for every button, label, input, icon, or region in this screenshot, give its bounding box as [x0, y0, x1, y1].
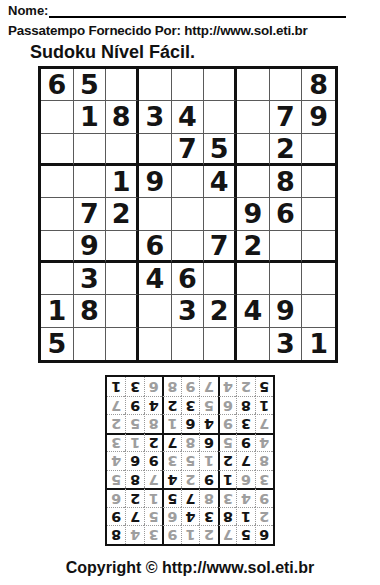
solution-grid: 6572193482183465799438751263619247858721…	[105, 375, 275, 546]
puzzle-cell-r5c3: 2	[106, 198, 139, 230]
puzzle-cell-r6c9[interactable]	[302, 231, 335, 263]
solution-cell-r1c5: 1	[181, 525, 199, 544]
solution-cell-r8c2: 8	[236, 396, 254, 415]
puzzle-cell-r2c6[interactable]	[204, 101, 237, 133]
solution-cell-r1c3: 7	[218, 525, 236, 544]
solution-cell-r9c9: 1	[107, 377, 125, 396]
solution-cell-r9c1: 5	[255, 377, 273, 396]
solution-cell-r8c6: 2	[162, 396, 180, 415]
puzzle-cell-r9c4[interactable]	[139, 328, 172, 360]
puzzle-cell-r8c4[interactable]	[139, 295, 172, 327]
solution-cell-r4c9: 5	[107, 470, 125, 489]
solution-cell-r6c9: 3	[107, 433, 125, 452]
puzzle-cell-r4c5[interactable]	[172, 166, 205, 198]
solution-cell-r5c8: 6	[125, 451, 143, 470]
puzzle-cell-r9c5[interactable]	[172, 328, 205, 360]
puzzle-cell-r2c5: 4	[172, 101, 205, 133]
solution-cell-r8c7: 4	[144, 396, 162, 415]
solution-cell-r4c7: 7	[144, 470, 162, 489]
solution-cell-r5c9: 4	[107, 451, 125, 470]
puzzle-cell-r5c9[interactable]	[302, 198, 335, 230]
solution-cell-r1c9: 8	[107, 525, 125, 544]
solution-cell-r3c2: 4	[236, 488, 254, 507]
solution-cell-r2c8: 7	[125, 507, 143, 526]
solution-cell-r6c8: 1	[125, 433, 143, 452]
solution-cell-r7c7: 8	[144, 414, 162, 433]
puzzle-cell-r8c3[interactable]	[106, 295, 139, 327]
puzzle-cell-r2c7[interactable]	[237, 101, 270, 133]
puzzle-cell-r8c7: 4	[237, 295, 270, 327]
puzzle-cell-r1c5[interactable]	[172, 69, 205, 101]
puzzle-cell-r3c9[interactable]	[302, 134, 335, 166]
solution-cell-r4c8: 8	[125, 470, 143, 489]
solution-cell-r7c6: 1	[162, 414, 180, 433]
puzzle-cell-r7c4: 4	[139, 263, 172, 295]
solution-cell-r4c3: 1	[218, 470, 236, 489]
solution-cell-r8c4: 5	[199, 396, 217, 415]
solution-cell-r3c3: 3	[218, 488, 236, 507]
puzzle-cell-r3c7[interactable]	[237, 134, 270, 166]
solution-cell-r2c2: 1	[236, 507, 254, 526]
solution-cell-r2c1: 2	[255, 507, 273, 526]
puzzle-cell-r6c6: 7	[204, 231, 237, 263]
solution-cell-r9c5: 9	[181, 377, 199, 396]
solution-cell-r3c7: 1	[144, 488, 162, 507]
puzzle-cell-r7c7[interactable]	[237, 263, 270, 295]
puzzle-cell-r5c6[interactable]	[204, 198, 237, 230]
solution-cell-r4c2: 6	[236, 470, 254, 489]
puzzle-cell-r9c2[interactable]	[74, 328, 107, 360]
puzzle-cell-r1c3[interactable]	[106, 69, 139, 101]
puzzle-cell-r6c5[interactable]	[172, 231, 205, 263]
solution-cell-r7c1: 7	[255, 414, 273, 433]
puzzle-cell-r6c8[interactable]	[270, 231, 303, 263]
puzzle-cell-r5c8: 6	[270, 198, 303, 230]
solution-cell-r6c7: 2	[144, 433, 162, 452]
puzzle-cell-r2c8: 7	[270, 101, 303, 133]
puzzle-cell-r5c5[interactable]	[172, 198, 205, 230]
puzzle-cell-r5c2: 7	[74, 198, 107, 230]
puzzle-cell-r4c2[interactable]	[74, 166, 107, 198]
puzzle-cell-r2c1[interactable]	[41, 101, 74, 133]
solution-cell-r9c7: 6	[144, 377, 162, 396]
puzzle-cell-r6c2: 9	[74, 231, 107, 263]
puzzle-cell-r3c6: 5	[204, 134, 237, 166]
puzzle-cell-r7c9[interactable]	[302, 263, 335, 295]
solution-cell-r5c4: 1	[199, 451, 217, 470]
solution-cell-r6c6: 7	[162, 433, 180, 452]
solution-cell-r9c8: 3	[125, 377, 143, 396]
solution-cell-r2c6: 6	[162, 507, 180, 526]
solution-cell-r2c5: 4	[181, 507, 199, 526]
page-title: Sudoku Nível Fácil.	[30, 42, 195, 63]
puzzle-cell-r9c8: 3	[270, 328, 303, 360]
puzzle-cell-r1c8[interactable]	[270, 69, 303, 101]
solution-cell-r7c5: 6	[181, 414, 199, 433]
provided-by-text: Passatempo Fornecido Por: http://www.sol…	[8, 23, 308, 38]
solution-cell-r7c4: 4	[199, 414, 217, 433]
solution-cell-r4c4: 9	[199, 470, 217, 489]
puzzle-cell-r4c1[interactable]	[41, 166, 74, 198]
solution-cell-r6c2: 9	[236, 433, 254, 452]
solution-cell-r6c3: 5	[218, 433, 236, 452]
solution-cell-r2c4: 3	[199, 507, 217, 526]
solution-cell-r4c5: 2	[181, 470, 199, 489]
puzzle-cell-r3c4[interactable]	[139, 134, 172, 166]
puzzle-cell-r3c2[interactable]	[74, 134, 107, 166]
solution-cell-r1c1: 6	[255, 525, 273, 544]
solution-cell-r5c1: 8	[255, 451, 273, 470]
puzzle-cell-r1c4[interactable]	[139, 69, 172, 101]
puzzle-cell-r7c6[interactable]	[204, 263, 237, 295]
puzzle-grid: 658183479752194872969672346183249531	[38, 66, 338, 363]
puzzle-cell-r1c9: 8	[302, 69, 335, 101]
puzzle-cell-r6c3[interactable]	[106, 231, 139, 263]
puzzle-cell-r2c3: 8	[106, 101, 139, 133]
solution-cell-r1c7: 3	[144, 525, 162, 544]
puzzle-cell-r9c1: 5	[41, 328, 74, 360]
puzzle-cell-r4c9[interactable]	[302, 166, 335, 198]
puzzle-cell-r4c4: 9	[139, 166, 172, 198]
solution-cell-r7c2: 3	[236, 414, 254, 433]
puzzle-cell-r9c3[interactable]	[106, 328, 139, 360]
solution-cell-r9c4: 7	[199, 377, 217, 396]
puzzle-cell-r7c5: 6	[172, 263, 205, 295]
solution-cell-r3c6: 5	[162, 488, 180, 507]
puzzle-cell-r3c5: 7	[172, 134, 205, 166]
solution-cell-r2c3: 8	[218, 507, 236, 526]
solution-cell-r1c2: 5	[236, 525, 254, 544]
solution-cell-r5c6: 3	[162, 451, 180, 470]
puzzle-cell-r9c9: 1	[302, 328, 335, 360]
name-row: Nome:	[8, 3, 346, 18]
puzzle-cell-r7c3[interactable]	[106, 263, 139, 295]
solution-cell-r3c4: 8	[199, 488, 217, 507]
solution-cell-r9c2: 2	[236, 377, 254, 396]
puzzle-cell-r3c8: 2	[270, 134, 303, 166]
solution-cell-r5c2: 7	[236, 451, 254, 470]
solution-cell-r6c4: 6	[199, 433, 217, 452]
puzzle-cell-r6c7: 2	[237, 231, 270, 263]
puzzle-cell-r8c5: 3	[172, 295, 205, 327]
puzzle-cell-r1c7[interactable]	[237, 69, 270, 101]
puzzle-cell-r8c1: 1	[41, 295, 74, 327]
solution-cell-r8c3: 6	[218, 396, 236, 415]
puzzle-cell-r6c4: 6	[139, 231, 172, 263]
solution-cell-r4c1: 3	[255, 470, 273, 489]
solution-cell-r4c6: 4	[162, 470, 180, 489]
solution-cell-r7c3: 9	[218, 414, 236, 433]
solution-cell-r8c9: 7	[107, 396, 125, 415]
solution-cell-r8c1: 1	[255, 396, 273, 415]
name-fill-line	[49, 3, 346, 18]
puzzle-cell-r8c2: 8	[74, 295, 107, 327]
solution-cell-r3c5: 7	[181, 488, 199, 507]
solution-cell-r6c5: 8	[181, 433, 199, 452]
puzzle-cell-r4c3: 1	[106, 166, 139, 198]
puzzle-cell-r5c1[interactable]	[41, 198, 74, 230]
puzzle-cell-r9c7[interactable]	[237, 328, 270, 360]
solution-cell-r1c6: 9	[162, 525, 180, 544]
puzzle-cell-r6c1[interactable]	[41, 231, 74, 263]
solution-cell-r5c3: 2	[218, 451, 236, 470]
puzzle-cell-r5c7: 9	[237, 198, 270, 230]
puzzle-cell-r7c2: 3	[74, 263, 107, 295]
name-label: Nome:	[8, 3, 48, 18]
puzzle-cell-r9c6[interactable]	[204, 328, 237, 360]
puzzle-cell-r2c4: 3	[139, 101, 172, 133]
solution-cell-r6c1: 4	[255, 433, 273, 452]
puzzle-cell-r7c8[interactable]	[270, 263, 303, 295]
solution-cell-r7c8: 5	[125, 414, 143, 433]
puzzle-cell-r1c2: 5	[74, 69, 107, 101]
puzzle-cell-r8c6: 2	[204, 295, 237, 327]
puzzle-cell-r5c4[interactable]	[139, 198, 172, 230]
puzzle-cell-r4c6: 4	[204, 166, 237, 198]
puzzle-cell-r3c1[interactable]	[41, 134, 74, 166]
puzzle-cell-r2c2: 1	[74, 101, 107, 133]
copyright-text: Copyright © http://www.sol.eti.br	[0, 559, 380, 577]
solution-cell-r3c1: 9	[255, 488, 273, 507]
solution-cell-r2c9: 9	[107, 507, 125, 526]
puzzle-cell-r4c7[interactable]	[237, 166, 270, 198]
solution-cell-r1c8: 4	[125, 525, 143, 544]
solution-cell-r7c9: 2	[107, 414, 125, 433]
solution-cell-r2c7: 5	[144, 507, 162, 526]
puzzle-cell-r3c3[interactable]	[106, 134, 139, 166]
solution-cell-r1c4: 2	[199, 525, 217, 544]
solution-cell-r5c5: 5	[181, 451, 199, 470]
solution-cell-r9c6: 8	[162, 377, 180, 396]
solution-cell-r8c5: 3	[181, 396, 199, 415]
puzzle-cell-r4c8: 8	[270, 166, 303, 198]
solution-cell-r3c9: 6	[107, 488, 125, 507]
puzzle-cell-r2c9: 9	[302, 101, 335, 133]
solution-cell-r9c3: 4	[218, 377, 236, 396]
puzzle-cell-r7c1[interactable]	[41, 263, 74, 295]
puzzle-cell-r1c1: 6	[41, 69, 74, 101]
puzzle-cell-r8c8: 9	[270, 295, 303, 327]
solution-cell-r3c8: 2	[125, 488, 143, 507]
solution-cell-r5c7: 9	[144, 451, 162, 470]
puzzle-cell-r1c6[interactable]	[204, 69, 237, 101]
solution-cell-r8c8: 9	[125, 396, 143, 415]
puzzle-cell-r8c9[interactable]	[302, 295, 335, 327]
worksheet: Nome: Passatempo Fornecido Por: http://w…	[0, 0, 380, 585]
